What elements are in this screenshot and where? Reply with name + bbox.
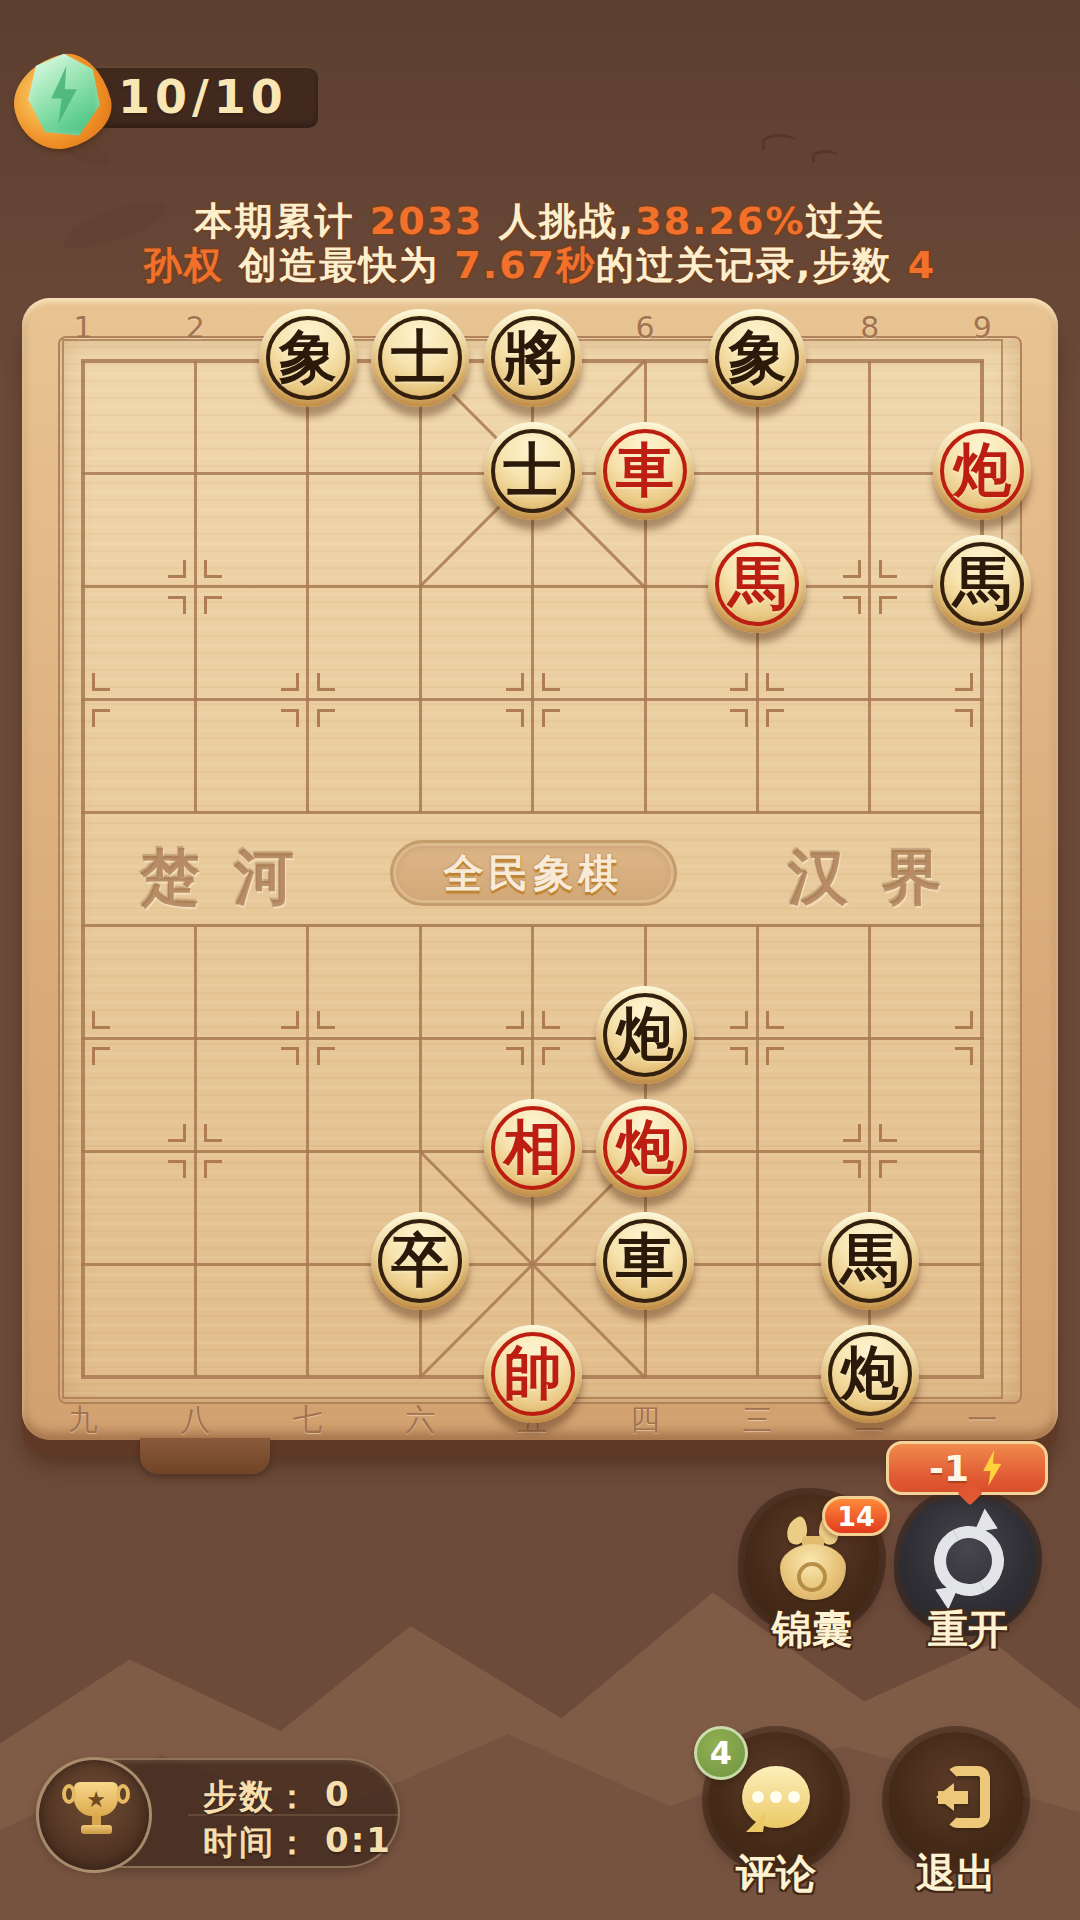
piece-glyph: 相 [484, 1099, 582, 1197]
stat-highlight: 7.67秒 [454, 243, 596, 287]
xiangqi-piece-black-5x1[interactable]: 將 [484, 309, 582, 407]
xiangqi-piece-black-6x7[interactable]: 炮 [596, 986, 694, 1084]
piece-glyph: 馬 [708, 535, 806, 633]
xiangqi-piece-black-4x1[interactable]: 士 [371, 309, 469, 407]
comment-label: 评论 [676, 1846, 876, 1901]
stat-highlight: 4 [908, 243, 936, 287]
logout-icon [924, 1766, 990, 1830]
stat-highlight: 2033 [370, 199, 484, 243]
hints-count: 14 [837, 1501, 875, 1532]
piece-glyph: 馬 [821, 1212, 919, 1310]
trophy-cup: ★ [74, 1782, 118, 1816]
piece-glyph: 炮 [933, 422, 1031, 520]
trophy-handle [62, 1784, 76, 1804]
xiangqi-piece-black-9x3[interactable]: 馬 [933, 535, 1031, 633]
piece-glyph: 帥 [484, 1325, 582, 1423]
game-screen: 10/10 本期累计 2033 人挑战,38.26%过关 孙权 创造最快为 7.… [0, 0, 1080, 1920]
time-label: 时间： [203, 1820, 311, 1866]
comment-count: 4 [710, 1734, 732, 1772]
dot [770, 1791, 782, 1803]
xiangqi-piece-black-8x9[interactable]: 馬 [821, 1212, 919, 1310]
bird-decor [762, 134, 796, 150]
stat-text: 人挑战, [484, 199, 636, 243]
arrow-head [922, 1783, 954, 1811]
comment-count-badge: 4 [694, 1726, 748, 1780]
restart-label: 重开 [868, 1602, 1068, 1657]
stat-highlight: 孙权 [144, 243, 224, 287]
trophy-badge: ★ [36, 1757, 152, 1873]
restart-cost-badge: -1 [886, 1441, 1048, 1495]
piece-glyph: 炮 [596, 986, 694, 1084]
dot [788, 1791, 800, 1803]
xiangqi-piece-black-5x2[interactable]: 士 [484, 422, 582, 520]
piece-glyph: 將 [484, 309, 582, 407]
xiangqi-piece-black-6x9[interactable]: 車 [596, 1212, 694, 1310]
xiangqi-piece-red-7x3[interactable]: 馬 [708, 535, 806, 633]
hints-count-badge: 14 [822, 1496, 890, 1536]
time-row: 时间： 0:1 [203, 1820, 423, 1866]
board-foot [140, 1438, 270, 1474]
xiangqi-piece-red-5x10[interactable]: 帥 [484, 1325, 582, 1423]
restart-cost: -1 [929, 1448, 969, 1489]
stat-text: 过关 [805, 199, 885, 243]
stat-highlight: 38.26% [635, 199, 805, 243]
energy-counter: 10/10 [88, 66, 318, 128]
piece-glyph: 車 [596, 422, 694, 520]
energy-count: 10/10 [118, 70, 288, 124]
moves-label: 步数： [203, 1774, 311, 1820]
xiangqi-piece-black-3x1[interactable]: 象 [259, 309, 357, 407]
piece-glyph: 車 [596, 1212, 694, 1310]
stat-text: 本期累计 [195, 199, 370, 243]
chat-bubble-icon [742, 1766, 810, 1828]
moves-row: 步数： 0 [203, 1774, 423, 1820]
piece-glyph: 炮 [596, 1099, 694, 1197]
piece-glyph: 士 [371, 309, 469, 407]
xiangqi-piece-black-8x10[interactable]: 炮 [821, 1325, 919, 1423]
record-stats-line: 孙权 创造最快为 7.67秒的过关记录,步数 4 [0, 240, 1080, 291]
xiangqi-piece-red-9x2[interactable]: 炮 [933, 422, 1031, 520]
dot [752, 1791, 764, 1803]
xiangqi-piece-black-4x9[interactable]: 卒 [371, 1212, 469, 1310]
trophy-stem [92, 1816, 101, 1825]
piece-glyph: 象 [259, 309, 357, 407]
stat-text: 的过关记录,步数 [596, 243, 908, 287]
bird-decor [812, 150, 838, 162]
trophy-icon: ★ [68, 1782, 124, 1848]
xiangqi-piece-black-7x1[interactable]: 象 [708, 309, 806, 407]
piece-glyph: 象 [708, 309, 806, 407]
status-panel: ★ 步数： 0 时间： 0:1 [36, 1758, 400, 1868]
moves-value: 0 [325, 1774, 351, 1820]
piece-glyph: 炮 [821, 1325, 919, 1423]
piece-glyph: 卒 [371, 1212, 469, 1310]
piece-glyph: 馬 [933, 535, 1031, 633]
bag-ring [797, 1562, 827, 1592]
trophy-base [81, 1825, 112, 1834]
stat-text: 创造最快为 [224, 243, 454, 287]
xiangqi-piece-red-6x8[interactable]: 炮 [596, 1099, 694, 1197]
exit-label: 退出 [856, 1846, 1056, 1901]
refresh-icon [930, 1522, 1008, 1600]
lightning-icon [979, 1450, 1005, 1486]
trophy-handle [116, 1784, 130, 1804]
piece-glyph: 士 [484, 422, 582, 520]
xiangqi-piece-red-5x8[interactable]: 相 [484, 1099, 582, 1197]
energy-gem-icon [18, 48, 110, 148]
time-value: 0:1 [325, 1820, 392, 1866]
xiangqi-piece-red-6x2[interactable]: 車 [596, 422, 694, 520]
